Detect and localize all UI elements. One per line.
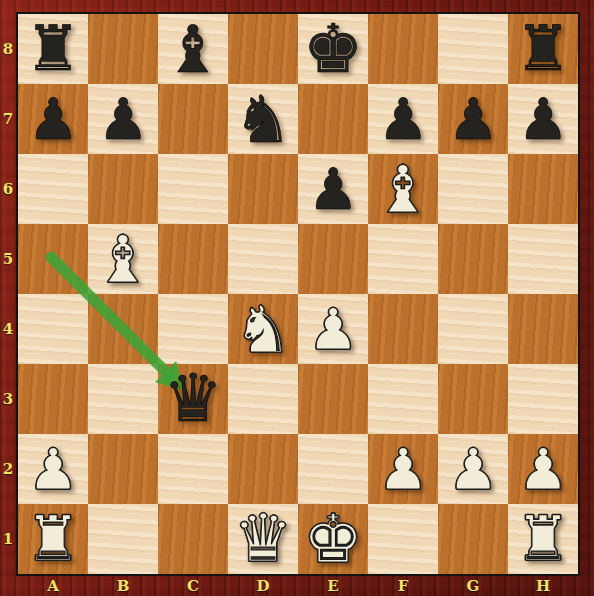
square-f3[interactable] [368,364,438,434]
square-h4[interactable] [508,294,578,364]
file-label-h: H [508,576,578,595]
square-h3[interactable] [508,364,578,434]
square-f8[interactable] [368,14,438,84]
square-c5[interactable] [158,224,228,294]
square-g8[interactable] [438,14,508,84]
black-pawn-f7[interactable]: ♟ [377,91,428,148]
white-knight-d4[interactable]: ♞ [234,297,292,362]
rank-label-7: 7 [0,84,16,154]
square-c1[interactable] [158,504,228,574]
square-h1[interactable]: ♜ [508,504,578,574]
square-f4[interactable] [368,294,438,364]
black-pawn-a7[interactable]: ♟ [27,91,78,148]
square-a7[interactable]: ♟ [18,84,88,154]
rank-label-2: 2 [0,434,16,504]
square-e1[interactable]: ♚ [298,504,368,574]
square-e6[interactable]: ♟ [298,154,368,224]
square-c3[interactable]: ♛ [158,364,228,434]
square-h6[interactable] [508,154,578,224]
square-b1[interactable] [88,504,158,574]
file-label-g: G [438,576,508,595]
rank-label-5: 5 [0,224,16,294]
square-a1[interactable]: ♜ [18,504,88,574]
square-a2[interactable]: ♟ [18,434,88,504]
black-bishop-c8[interactable]: ♝ [164,17,222,82]
square-f2[interactable]: ♟ [368,434,438,504]
black-pawn-g7[interactable]: ♟ [447,91,498,148]
square-d1[interactable]: ♛ [228,504,298,574]
white-queen-d1[interactable]: ♛ [233,506,292,572]
square-c4[interactable] [158,294,228,364]
square-a4[interactable] [18,294,88,364]
square-f7[interactable]: ♟ [368,84,438,154]
white-pawn-f2[interactable]: ♟ [377,441,428,498]
white-rook-h1[interactable]: ♜ [515,508,571,570]
black-pawn-b7[interactable]: ♟ [97,91,148,148]
square-h8[interactable]: ♜ [508,14,578,84]
black-rook-h8[interactable]: ♜ [515,18,571,80]
black-pawn-e6[interactable]: ♟ [307,161,358,218]
square-g4[interactable] [438,294,508,364]
square-g6[interactable] [438,154,508,224]
square-h7[interactable]: ♟ [508,84,578,154]
square-e5[interactable] [298,224,368,294]
square-f6[interactable]: ♝ [368,154,438,224]
file-label-e: E [298,576,368,595]
file-label-a: A [18,576,88,595]
square-a6[interactable] [18,154,88,224]
square-d2[interactable] [228,434,298,504]
square-g5[interactable] [438,224,508,294]
white-pawn-g2[interactable]: ♟ [447,441,498,498]
square-a8[interactable]: ♜ [18,14,88,84]
square-b4[interactable] [88,294,158,364]
white-pawn-h2[interactable]: ♟ [517,441,568,498]
square-e3[interactable] [298,364,368,434]
square-b7[interactable]: ♟ [88,84,158,154]
black-queen-c3[interactable]: ♛ [163,366,222,432]
file-label-f: F [368,576,438,595]
black-king-e8[interactable]: ♚ [303,16,363,83]
square-e8[interactable]: ♚ [298,14,368,84]
square-g1[interactable] [438,504,508,574]
square-d5[interactable] [228,224,298,294]
square-b6[interactable] [88,154,158,224]
square-c6[interactable] [158,154,228,224]
square-d3[interactable] [228,364,298,434]
square-c7[interactable] [158,84,228,154]
white-king-e1[interactable]: ♚ [303,506,363,573]
board-frame: ♜♝♚♜♟♟♞♟♟♟♟♝♝♞♟♛♟♟♟♟♜♛♚♜ 87654321 ABCDEF… [0,0,594,596]
file-label-d: D [228,576,298,595]
square-b3[interactable] [88,364,158,434]
white-bishop-b5[interactable]: ♝ [94,227,152,292]
file-label-b: B [88,576,158,595]
rank-label-1: 1 [0,504,16,574]
square-d6[interactable] [228,154,298,224]
square-c8[interactable]: ♝ [158,14,228,84]
white-rook-a1[interactable]: ♜ [25,508,81,570]
chess-board: ♜♝♚♜♟♟♞♟♟♟♟♝♝♞♟♛♟♟♟♟♜♛♚♜ [16,12,580,576]
black-knight-d7[interactable]: ♞ [234,87,292,152]
rank-label-3: 3 [0,364,16,434]
file-label-c: C [158,576,228,595]
square-e4[interactable]: ♟ [298,294,368,364]
white-pawn-e4[interactable]: ♟ [307,301,358,358]
square-h5[interactable] [508,224,578,294]
square-d8[interactable] [228,14,298,84]
square-a3[interactable] [18,364,88,434]
black-pawn-h7[interactable]: ♟ [517,91,568,148]
rank-label-4: 4 [0,294,16,364]
square-e7[interactable] [298,84,368,154]
black-rook-a8[interactable]: ♜ [25,18,81,80]
square-e2[interactable] [298,434,368,504]
rank-label-8: 8 [0,14,16,84]
square-g7[interactable]: ♟ [438,84,508,154]
square-c2[interactable] [158,434,228,504]
square-b5[interactable]: ♝ [88,224,158,294]
square-d7[interactable]: ♞ [228,84,298,154]
white-bishop-f6[interactable]: ♝ [374,157,432,222]
square-f5[interactable] [368,224,438,294]
square-g3[interactable] [438,364,508,434]
square-b2[interactable] [88,434,158,504]
rank-label-6: 6 [0,154,16,224]
square-b8[interactable] [88,14,158,84]
square-a5[interactable] [18,224,88,294]
square-g2[interactable]: ♟ [438,434,508,504]
square-f1[interactable] [368,504,438,574]
white-pawn-a2[interactable]: ♟ [27,441,78,498]
square-d4[interactable]: ♞ [228,294,298,364]
square-h2[interactable]: ♟ [508,434,578,504]
